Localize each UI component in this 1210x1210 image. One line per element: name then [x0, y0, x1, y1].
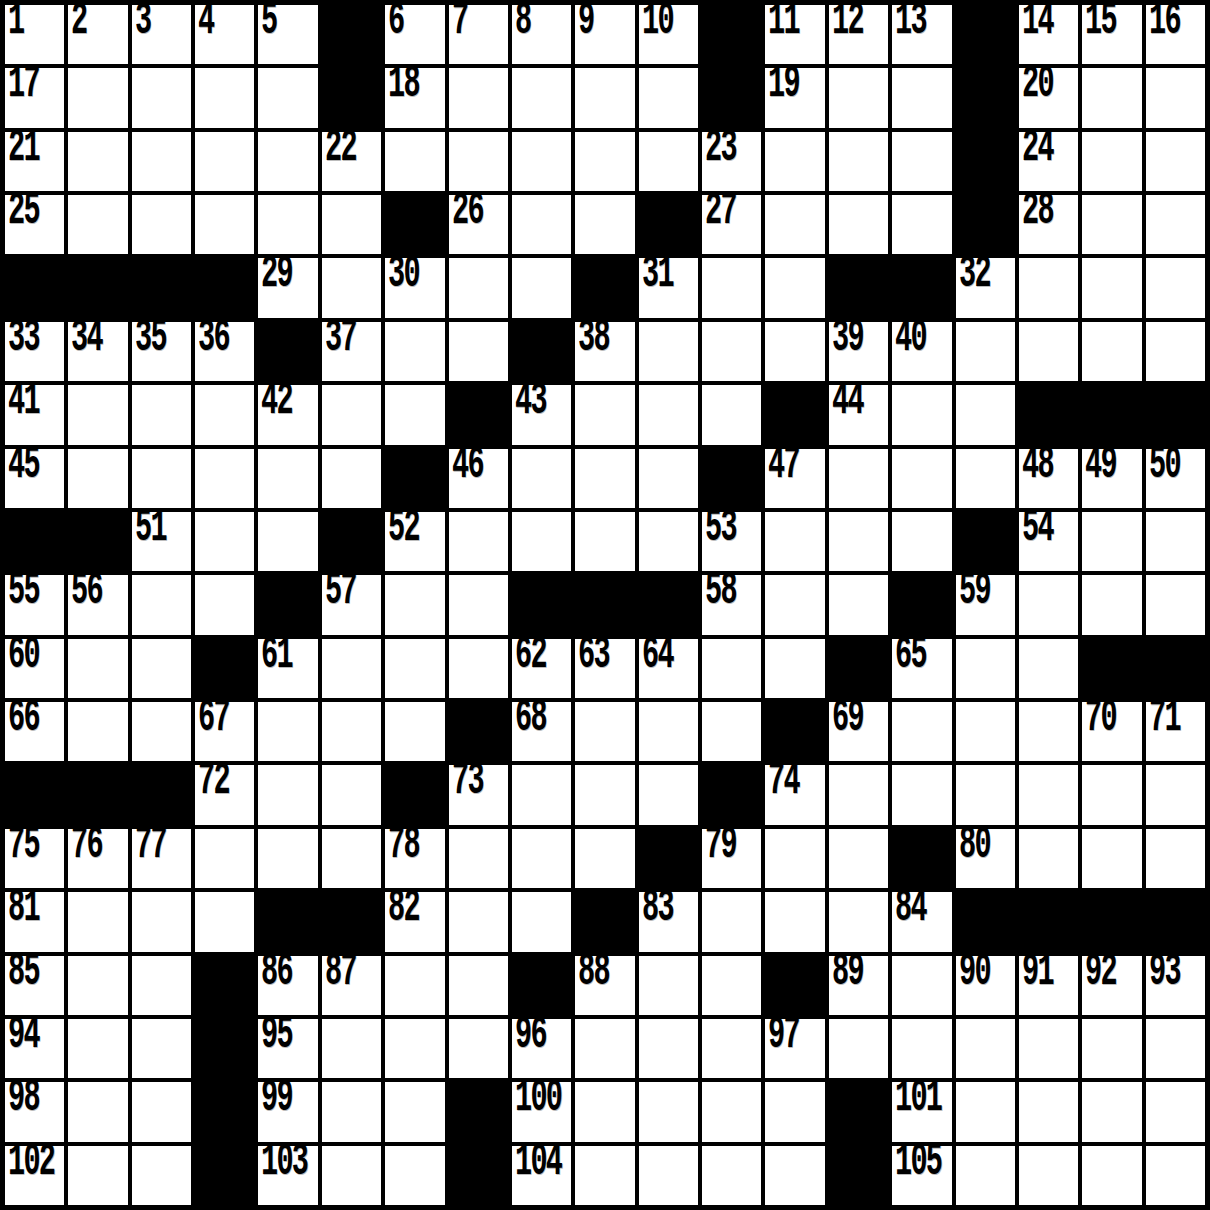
crossword-cell[interactable]: 16 — [1146, 5, 1205, 64]
crossword-cell[interactable] — [765, 132, 824, 191]
crossword-cell[interactable] — [449, 892, 508, 951]
crossword-cell[interactable]: 3 — [132, 5, 191, 64]
crossword-cell[interactable] — [1146, 68, 1205, 127]
crossword-cell[interactable] — [1082, 258, 1141, 317]
crossword-cell[interactable]: 15 — [1082, 5, 1141, 64]
crossword-cell[interactable]: 5 — [258, 5, 317, 64]
crossword-cell[interactable] — [892, 68, 951, 127]
crossword-cell[interactable] — [829, 892, 888, 951]
crossword-cell[interactable] — [956, 449, 1015, 508]
crossword-cell[interactable] — [702, 322, 761, 381]
crossword-cell[interactable]: 70 — [1082, 702, 1141, 761]
crossword-cell[interactable]: 11 — [765, 5, 824, 64]
crossword-cell[interactable] — [575, 1146, 634, 1205]
crossword-cell[interactable] — [322, 258, 381, 317]
crossword-cell[interactable] — [132, 702, 191, 761]
crossword-cell[interactable]: 65 — [892, 639, 951, 698]
crossword-cell[interactable] — [575, 385, 634, 444]
crossword-cell[interactable] — [575, 829, 634, 888]
crossword-cell[interactable] — [702, 1146, 761, 1205]
crossword-cell[interactable] — [385, 322, 444, 381]
crossword-cell[interactable] — [68, 449, 127, 508]
crossword-cell[interactable] — [702, 385, 761, 444]
crossword-cell[interactable] — [1082, 1146, 1141, 1205]
crossword-cell[interactable] — [1146, 195, 1205, 254]
crossword-cell[interactable] — [1082, 68, 1141, 127]
crossword-cell[interactable] — [385, 385, 444, 444]
crossword-cell[interactable]: 53 — [702, 512, 761, 571]
crossword-cell[interactable] — [829, 132, 888, 191]
crossword-cell[interactable] — [449, 322, 508, 381]
crossword-cell[interactable] — [1019, 575, 1078, 634]
crossword-cell[interactable]: 94 — [5, 1019, 64, 1078]
crossword-cell[interactable] — [258, 512, 317, 571]
crossword-cell[interactable] — [1082, 1082, 1141, 1141]
crossword-cell[interactable] — [829, 1019, 888, 1078]
crossword-cell[interactable] — [575, 512, 634, 571]
crossword-cell[interactable]: 69 — [829, 702, 888, 761]
crossword-cell[interactable]: 102 — [5, 1146, 64, 1205]
crossword-cell[interactable] — [956, 1082, 1015, 1141]
crossword-cell[interactable] — [132, 385, 191, 444]
crossword-cell[interactable] — [322, 829, 381, 888]
crossword-cell[interactable] — [575, 765, 634, 824]
crossword-cell[interactable] — [132, 1146, 191, 1205]
crossword-cell[interactable] — [449, 575, 508, 634]
crossword-cell[interactable]: 23 — [702, 132, 761, 191]
crossword-cell[interactable] — [1019, 765, 1078, 824]
crossword-cell[interactable] — [829, 195, 888, 254]
crossword-cell[interactable] — [512, 258, 571, 317]
crossword-cell[interactable] — [765, 195, 824, 254]
crossword-cell[interactable] — [195, 385, 254, 444]
crossword-cell[interactable]: 87 — [322, 956, 381, 1015]
crossword-cell[interactable]: 48 — [1019, 449, 1078, 508]
crossword-cell[interactable]: 37 — [322, 322, 381, 381]
clue-number: 93 — [1149, 958, 1180, 987]
crossword-cell[interactable] — [132, 1019, 191, 1078]
crossword-cell[interactable] — [1082, 195, 1141, 254]
crossword-cell[interactable] — [385, 639, 444, 698]
crossword-cell[interactable]: 93 — [1146, 956, 1205, 1015]
crossword-cell[interactable] — [892, 132, 951, 191]
crossword-cell[interactable]: 9 — [575, 5, 634, 64]
crossword-cell[interactable]: 61 — [258, 639, 317, 698]
crossword-cell[interactable] — [575, 68, 634, 127]
crossword-cell[interactable] — [1146, 132, 1205, 191]
crossword-cell[interactable]: 50 — [1146, 449, 1205, 508]
crossword-cell[interactable]: 97 — [765, 1019, 824, 1078]
crossword-cell[interactable] — [765, 639, 824, 698]
crossword-cell[interactable] — [322, 765, 381, 824]
crossword-cell[interactable] — [892, 765, 951, 824]
crossword-cell[interactable] — [258, 449, 317, 508]
crossword-cell[interactable] — [956, 322, 1015, 381]
crossword-cell[interactable] — [195, 68, 254, 127]
crossword-cell[interactable]: 29 — [258, 258, 317, 317]
crossword-cell[interactable] — [1146, 258, 1205, 317]
crossword-cell[interactable] — [132, 195, 191, 254]
crossword-cell[interactable] — [765, 892, 824, 951]
crossword-cell[interactable]: 74 — [765, 765, 824, 824]
crossword-cell[interactable] — [892, 702, 951, 761]
crossword-cell[interactable]: 98 — [5, 1082, 64, 1141]
crossword-cell[interactable] — [68, 1019, 127, 1078]
crossword-cell[interactable] — [1146, 575, 1205, 634]
crossword-cell[interactable] — [575, 702, 634, 761]
crossword-cell[interactable] — [322, 1146, 381, 1205]
crossword-cell[interactable] — [385, 1146, 444, 1205]
crossword-cell[interactable]: 52 — [385, 512, 444, 571]
crossword-cell[interactable] — [68, 385, 127, 444]
crossword-cell[interactable] — [449, 258, 508, 317]
crossword-cell[interactable]: 45 — [5, 449, 64, 508]
crossword-cell[interactable] — [195, 449, 254, 508]
crossword-cell[interactable] — [512, 195, 571, 254]
crossword-cell[interactable]: 73 — [449, 765, 508, 824]
crossword-cell[interactable] — [956, 1019, 1015, 1078]
crossword-cell[interactable] — [702, 639, 761, 698]
crossword-cell[interactable]: 8 — [512, 5, 571, 64]
crossword-cell[interactable]: 7 — [449, 5, 508, 64]
crossword-cell[interactable]: 59 — [956, 575, 1015, 634]
crossword-cell[interactable] — [892, 512, 951, 571]
crossword-cell[interactable]: 36 — [195, 322, 254, 381]
crossword-cell[interactable]: 56 — [68, 575, 127, 634]
crossword-cell[interactable]: 46 — [449, 449, 508, 508]
crossword-cell[interactable]: 92 — [1082, 956, 1141, 1015]
crossword-cell[interactable] — [1146, 829, 1205, 888]
crossword-cell[interactable] — [449, 512, 508, 571]
crossword-cell[interactable]: 12 — [829, 5, 888, 64]
crossword-cell[interactable] — [195, 829, 254, 888]
crossword-cell[interactable]: 84 — [892, 892, 951, 951]
crossword-cell[interactable]: 24 — [1019, 132, 1078, 191]
crossword-cell[interactable]: 79 — [702, 829, 761, 888]
crossword-cell[interactable]: 63 — [575, 639, 634, 698]
crossword-cell[interactable] — [1146, 322, 1205, 381]
crossword-cell[interactable] — [765, 1146, 824, 1205]
crossword-cell[interactable] — [68, 702, 127, 761]
crossword-cell[interactable]: 47 — [765, 449, 824, 508]
crossword-cell[interactable] — [1019, 1019, 1078, 1078]
crossword-cell[interactable] — [258, 68, 317, 127]
crossword-cell[interactable]: 75 — [5, 829, 64, 888]
crossword-cell[interactable]: 105 — [892, 1146, 951, 1205]
crossword-cell[interactable]: 20 — [1019, 68, 1078, 127]
crossword-cell[interactable] — [639, 1019, 698, 1078]
crossword-cell[interactable]: 86 — [258, 956, 317, 1015]
crossword-cell[interactable] — [639, 385, 698, 444]
crossword-cell[interactable] — [258, 829, 317, 888]
crossword-cell[interactable] — [68, 1082, 127, 1141]
crossword-cell[interactable] — [1146, 765, 1205, 824]
crossword-cell[interactable] — [1082, 575, 1141, 634]
crossword-cell[interactable] — [1019, 639, 1078, 698]
crossword-cell[interactable] — [639, 956, 698, 1015]
crossword-cell[interactable] — [639, 702, 698, 761]
crossword-cell[interactable] — [68, 639, 127, 698]
crossword-cell[interactable] — [322, 1019, 381, 1078]
crossword-cell[interactable] — [956, 385, 1015, 444]
crossword-cell[interactable] — [639, 512, 698, 571]
crossword-cell[interactable]: 6 — [385, 5, 444, 64]
crossword-cell[interactable] — [765, 512, 824, 571]
crossword-cell[interactable] — [512, 132, 571, 191]
crossword-cell[interactable] — [892, 1019, 951, 1078]
crossword-cell[interactable]: 64 — [639, 639, 698, 698]
crossword-cell[interactable] — [322, 1082, 381, 1141]
crossword-cell[interactable]: 89 — [829, 956, 888, 1015]
crossword-cell[interactable] — [449, 829, 508, 888]
crossword-cell[interactable]: 21 — [5, 132, 64, 191]
crossword-cell[interactable] — [385, 1019, 444, 1078]
crossword-cell[interactable]: 81 — [5, 892, 64, 951]
crossword-cell[interactable]: 51 — [132, 512, 191, 571]
crossword-cell[interactable] — [702, 1082, 761, 1141]
crossword-cell[interactable] — [1019, 1146, 1078, 1205]
crossword-cell[interactable] — [1019, 829, 1078, 888]
crossword-cell[interactable]: 42 — [258, 385, 317, 444]
crossword-cell[interactable] — [1019, 702, 1078, 761]
crossword-cell[interactable]: 49 — [1082, 449, 1141, 508]
crossword-cell[interactable] — [829, 575, 888, 634]
crossword-cell[interactable] — [639, 132, 698, 191]
crossword-cell[interactable] — [1146, 1019, 1205, 1078]
crossword-cell[interactable] — [702, 702, 761, 761]
crossword-cell-black — [5, 258, 64, 317]
crossword-cell[interactable]: 55 — [5, 575, 64, 634]
crossword-cell[interactable]: 88 — [575, 956, 634, 1015]
crossword-cell[interactable] — [1019, 1082, 1078, 1141]
crossword-cell[interactable] — [639, 1082, 698, 1141]
crossword-cell[interactable] — [132, 1082, 191, 1141]
crossword-cell[interactable]: 67 — [195, 702, 254, 761]
crossword-cell[interactable] — [1019, 258, 1078, 317]
crossword-cell[interactable] — [639, 765, 698, 824]
crossword-cell[interactable] — [1082, 512, 1141, 571]
crossword-cell[interactable] — [956, 639, 1015, 698]
crossword-cell[interactable] — [449, 132, 508, 191]
crossword-cell[interactable]: 4 — [195, 5, 254, 64]
crossword-cell[interactable] — [829, 449, 888, 508]
crossword-cell[interactable] — [449, 68, 508, 127]
crossword-cell[interactable]: 26 — [449, 195, 508, 254]
crossword-cell[interactable]: 77 — [132, 829, 191, 888]
crossword-cell[interactable] — [829, 68, 888, 127]
crossword-cell[interactable] — [892, 385, 951, 444]
crossword-cell[interactable]: 71 — [1146, 702, 1205, 761]
crossword-cell[interactable]: 96 — [512, 1019, 571, 1078]
crossword-cell[interactable] — [68, 956, 127, 1015]
crossword-cell[interactable]: 72 — [195, 765, 254, 824]
crossword-cell[interactable] — [385, 956, 444, 1015]
crossword-cell[interactable]: 90 — [956, 956, 1015, 1015]
crossword-cell[interactable]: 103 — [258, 1146, 317, 1205]
crossword-cell[interactable] — [68, 195, 127, 254]
crossword-cell[interactable] — [702, 956, 761, 1015]
crossword-cell[interactable]: 58 — [702, 575, 761, 634]
crossword-cell[interactable] — [639, 68, 698, 127]
crossword-cell[interactable] — [512, 829, 571, 888]
crossword-cell[interactable] — [512, 512, 571, 571]
crossword-cell[interactable]: 60 — [5, 639, 64, 698]
crossword-cell[interactable]: 57 — [322, 575, 381, 634]
crossword-cell[interactable]: 31 — [639, 258, 698, 317]
crossword-cell[interactable]: 28 — [1019, 195, 1078, 254]
crossword-cell[interactable] — [449, 639, 508, 698]
crossword-cell[interactable]: 25 — [5, 195, 64, 254]
crossword-cell[interactable] — [702, 1019, 761, 1078]
crossword-cell[interactable]: 68 — [512, 702, 571, 761]
crossword-cell[interactable]: 101 — [892, 1082, 951, 1141]
crossword-cell[interactable] — [512, 892, 571, 951]
crossword-cell[interactable]: 83 — [639, 892, 698, 951]
crossword-cell[interactable] — [195, 892, 254, 951]
crossword-cell[interactable] — [575, 1082, 634, 1141]
crossword-cell[interactable] — [258, 765, 317, 824]
crossword-cell[interactable]: 66 — [5, 702, 64, 761]
crossword-cell[interactable] — [385, 575, 444, 634]
crossword-cell[interactable] — [956, 702, 1015, 761]
crossword-cell[interactable] — [829, 512, 888, 571]
crossword-cell[interactable]: 78 — [385, 829, 444, 888]
crossword-cell[interactable]: 41 — [5, 385, 64, 444]
crossword-cell[interactable]: 13 — [892, 5, 951, 64]
crossword-cell[interactable] — [892, 956, 951, 1015]
crossword-cell[interactable] — [385, 1082, 444, 1141]
crossword-cell[interactable] — [132, 892, 191, 951]
crossword-cell[interactable] — [702, 258, 761, 317]
crossword-cell[interactable]: 22 — [322, 132, 381, 191]
crossword-cell[interactable] — [956, 765, 1015, 824]
crossword-cell[interactable] — [195, 195, 254, 254]
crossword-cell[interactable]: 19 — [765, 68, 824, 127]
crossword-cell[interactable] — [765, 322, 824, 381]
crossword-cell[interactable]: 82 — [385, 892, 444, 951]
crossword-cell[interactable] — [892, 449, 951, 508]
crossword-cell[interactable] — [68, 1146, 127, 1205]
crossword-cell[interactable] — [765, 829, 824, 888]
crossword-cell[interactable] — [892, 195, 951, 254]
crossword-cell[interactable] — [1146, 512, 1205, 571]
crossword-cell[interactable] — [1082, 1019, 1141, 1078]
crossword-cell[interactable]: 104 — [512, 1146, 571, 1205]
crossword-cell-black — [639, 575, 698, 634]
crossword-cell[interactable]: 39 — [829, 322, 888, 381]
crossword-cell[interactable]: 2 — [68, 5, 127, 64]
crossword-cell[interactable] — [322, 639, 381, 698]
crossword-cell[interactable]: 80 — [956, 829, 1015, 888]
crossword-cell[interactable] — [322, 195, 381, 254]
crossword-cell[interactable]: 18 — [385, 68, 444, 127]
crossword-cell[interactable]: 99 — [258, 1082, 317, 1141]
crossword-cell[interactable] — [195, 512, 254, 571]
crossword-cell[interactable]: 32 — [956, 258, 1015, 317]
crossword-cell[interactable]: 76 — [68, 829, 127, 888]
crossword-cell[interactable] — [575, 195, 634, 254]
crossword-cell[interactable]: 35 — [132, 322, 191, 381]
crossword-cell[interactable]: 100 — [512, 1082, 571, 1141]
crossword-cell[interactable] — [639, 322, 698, 381]
crossword-cell[interactable]: 27 — [702, 195, 761, 254]
crossword-cell[interactable]: 95 — [258, 1019, 317, 1078]
crossword-cell[interactable]: 14 — [1019, 5, 1078, 64]
crossword-cell[interactable] — [575, 132, 634, 191]
crossword-cell[interactable]: 34 — [68, 322, 127, 381]
crossword-cell[interactable] — [449, 1019, 508, 1078]
crossword-cell[interactable] — [1082, 132, 1141, 191]
crossword-cell-black — [575, 892, 634, 951]
crossword-cell[interactable] — [195, 575, 254, 634]
crossword-cell[interactable] — [702, 892, 761, 951]
crossword-cell[interactable] — [575, 1019, 634, 1078]
crossword-cell[interactable]: 40 — [892, 322, 951, 381]
crossword-cell[interactable] — [1146, 1146, 1205, 1205]
crossword-cell[interactable] — [322, 702, 381, 761]
crossword-cell[interactable]: 54 — [1019, 512, 1078, 571]
crossword-cell[interactable] — [512, 68, 571, 127]
crossword-cell[interactable] — [1019, 322, 1078, 381]
crossword-cell[interactable] — [575, 449, 634, 508]
crossword-cell[interactable] — [829, 765, 888, 824]
crossword-cell[interactable] — [639, 449, 698, 508]
crossword-cell[interactable]: 85 — [5, 956, 64, 1015]
crossword-cell[interactable]: 30 — [385, 258, 444, 317]
crossword-cell[interactable]: 43 — [512, 385, 571, 444]
crossword-cell[interactable] — [322, 449, 381, 508]
crossword-cell[interactable] — [765, 1082, 824, 1141]
crossword-cell[interactable]: 91 — [1019, 956, 1078, 1015]
crossword-cell[interactable] — [512, 765, 571, 824]
crossword-cell[interactable] — [639, 1146, 698, 1205]
crossword-cell[interactable] — [385, 702, 444, 761]
crossword-cell[interactable] — [195, 132, 254, 191]
crossword-cell[interactable] — [132, 575, 191, 634]
crossword-cell[interactable]: 62 — [512, 639, 571, 698]
crossword-cell[interactable] — [1082, 829, 1141, 888]
crossword-cell[interactable] — [258, 132, 317, 191]
crossword-cell[interactable] — [765, 575, 824, 634]
crossword-cell[interactable]: 33 — [5, 322, 64, 381]
crossword-cell[interactable] — [512, 449, 571, 508]
crossword-cell[interactable] — [829, 829, 888, 888]
crossword-cell[interactable] — [385, 132, 444, 191]
crossword-cell[interactable] — [68, 132, 127, 191]
crossword-cell[interactable] — [132, 68, 191, 127]
crossword-cell[interactable] — [68, 68, 127, 127]
crossword-cell[interactable] — [258, 195, 317, 254]
crossword-cell[interactable] — [765, 258, 824, 317]
crossword-cell[interactable]: 38 — [575, 322, 634, 381]
crossword-cell[interactable] — [132, 132, 191, 191]
crossword-cell[interactable] — [1146, 1082, 1205, 1141]
crossword-cell[interactable]: 44 — [829, 385, 888, 444]
crossword-cell[interactable]: 10 — [639, 5, 698, 64]
crossword-cell[interactable] — [956, 1146, 1015, 1205]
crossword-cell[interactable]: 17 — [5, 68, 64, 127]
crossword-cell[interactable] — [449, 956, 508, 1015]
crossword-cell[interactable] — [258, 702, 317, 761]
crossword-cell[interactable] — [1082, 322, 1141, 381]
crossword-cell[interactable] — [132, 449, 191, 508]
crossword-cell[interactable] — [132, 639, 191, 698]
crossword-cell[interactable]: 1 — [5, 5, 64, 64]
crossword-cell[interactable] — [68, 892, 127, 951]
crossword-cell[interactable] — [1082, 765, 1141, 824]
crossword-cell[interactable] — [132, 956, 191, 1015]
crossword-cell[interactable] — [322, 385, 381, 444]
